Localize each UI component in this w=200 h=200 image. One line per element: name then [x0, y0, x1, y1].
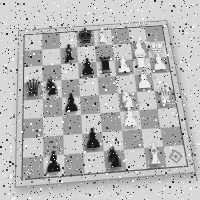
- square-e3: [101, 112, 122, 132]
- square-h3: [158, 107, 180, 127]
- square-b1: ♟: [43, 155, 64, 178]
- square-b5: ♞: [42, 80, 61, 99]
- board-grid: ♚♝♝♟♚♟♜♟♜♟♛♞♟♟♞♛♟♟♟♞♝: [23, 26, 187, 179]
- square-f8: [111, 28, 130, 44]
- chess-board: ♚♝♝♟♚♟♜♟♜♟♛♞♟♟♞♛♟♟♟♞♝: [15, 20, 197, 188]
- square-a8: [24, 34, 42, 50]
- square-e8: ♝: [94, 29, 113, 45]
- square-e5: [98, 77, 118, 95]
- square-e2: [102, 130, 124, 151]
- square-a6: [24, 65, 43, 83]
- square-c8: [59, 32, 77, 48]
- maker-stamp: [168, 149, 182, 163]
- board-perspective-wrapper: ♚♝♝♟♚♟♜♟♜♟♛♞♟♟♞♛♟♟♟♞♝: [15, 20, 197, 188]
- square-e4: [99, 94, 120, 113]
- square-b3: [43, 116, 63, 137]
- square-c4: ♟: [61, 96, 81, 115]
- square-b7: [42, 48, 60, 65]
- square-h5: [152, 73, 173, 91]
- square-a2: [23, 136, 43, 158]
- square-f4: ♞: [118, 92, 139, 111]
- square-c3: [62, 114, 82, 134]
- square-d6: ♟: [78, 61, 97, 79]
- square-f3: ♟: [120, 110, 142, 130]
- square-f7: [112, 43, 131, 60]
- square-a7: [24, 49, 42, 66]
- square-c7: ♝: [60, 47, 79, 64]
- square-d3: [81, 113, 102, 133]
- square-h7: ♚: [147, 41, 167, 58]
- square-d1: [84, 152, 106, 174]
- square-h1: [164, 145, 187, 167]
- square-b2: [43, 135, 63, 157]
- square-d4: [80, 95, 100, 114]
- square-e7: [95, 44, 114, 61]
- square-c5: [61, 79, 80, 98]
- square-c6: [60, 63, 79, 81]
- square-b4: [43, 98, 62, 118]
- square-a1: [23, 156, 44, 179]
- square-f2: [122, 129, 144, 150]
- square-b8: [42, 33, 60, 49]
- square-f1: [124, 148, 147, 170]
- square-f6: ♟: [114, 59, 134, 77]
- piece-white-bishop: ♝: [93, 24, 111, 46]
- square-b6: [42, 64, 61, 82]
- square-c1: [63, 153, 84, 176]
- square-d5: [79, 78, 99, 97]
- square-d7: [77, 46, 96, 63]
- square-e6: ♜: [96, 60, 116, 78]
- square-d8: ♚: [76, 31, 94, 47]
- square-f5: [116, 75, 136, 93]
- square-d2: ♟: [82, 132, 103, 153]
- square-a5: ♛: [24, 82, 43, 101]
- square-c2: [63, 133, 84, 154]
- square-h8: [145, 26, 165, 42]
- square-h2: [160, 126, 183, 147]
- photo-scene: ♚♝♝♟♚♟♜♟♜♟♛♞♟♟♞♛♟♟♟♞♝: [0, 0, 200, 200]
- square-h6: ♟: [150, 56, 171, 74]
- square-a4: [23, 99, 42, 119]
- square-h4: ♛: [155, 90, 177, 109]
- piece-black-king: ♚: [76, 25, 94, 47]
- square-e1: ♞: [104, 150, 126, 172]
- square-a3: [23, 117, 43, 138]
